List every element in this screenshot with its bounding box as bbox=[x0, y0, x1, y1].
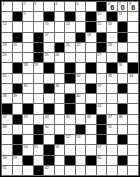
cell-r13c11[interactable]: 51 bbox=[107, 125, 117, 134]
cell-r10c3[interactable] bbox=[23, 94, 33, 103]
cell-r5c13[interactable] bbox=[128, 43, 138, 52]
cell-r5c8[interactable]: 22 bbox=[76, 43, 86, 52]
cell-r6c1[interactable]: 24 bbox=[2, 53, 12, 62]
cell-r10c6[interactable] bbox=[55, 94, 65, 103]
black-cell-r11c5 bbox=[44, 104, 54, 113]
cell-r15c6[interactable]: 56 bbox=[55, 145, 65, 154]
cell-r11c10[interactable]: 41 bbox=[97, 104, 107, 113]
clue-number: 33 bbox=[108, 74, 112, 78]
cell-r16c4[interactable] bbox=[34, 156, 44, 165]
cell-r17c11[interactable] bbox=[107, 166, 117, 175]
clue-number: 54 bbox=[24, 145, 28, 149]
cell-r3c5[interactable]: 13 bbox=[44, 22, 54, 31]
cell-r12c13[interactable] bbox=[128, 115, 138, 124]
cell-r16c13[interactable] bbox=[128, 156, 138, 165]
black-cell-r11c1 bbox=[2, 104, 12, 113]
black-cell-r4c4 bbox=[34, 33, 44, 42]
black-cell-r4c8 bbox=[76, 33, 86, 42]
cell-r7c10[interactable] bbox=[97, 63, 107, 72]
cell-r15c8[interactable] bbox=[76, 145, 86, 154]
cell-r6c3[interactable] bbox=[23, 53, 33, 62]
cell-r12c1[interactable]: 42 bbox=[2, 115, 12, 124]
cell-r1c6[interactable]: 4 bbox=[55, 2, 65, 11]
cell-r4c1[interactable] bbox=[2, 33, 12, 42]
clue-number: 61 bbox=[3, 166, 7, 170]
cell-r5c7[interactable]: 21 bbox=[65, 43, 75, 52]
puzzle-number-digit: 6 bbox=[131, 2, 135, 11]
cell-r13c3[interactable] bbox=[23, 125, 33, 134]
cell-r15c3[interactable]: 54 bbox=[23, 145, 33, 154]
clue-number: 46 bbox=[87, 115, 91, 119]
cell-r13c5[interactable]: 50 bbox=[44, 125, 54, 134]
cell-r12c6[interactable] bbox=[55, 115, 65, 124]
clue-number: 31 bbox=[3, 74, 7, 78]
black-cell-r9c9 bbox=[86, 84, 96, 93]
clue-number: 57 bbox=[97, 145, 101, 149]
cell-r6c6[interactable]: 26 bbox=[55, 53, 65, 62]
cell-r3c4[interactable] bbox=[34, 22, 44, 31]
black-cell-r2c2 bbox=[13, 12, 23, 21]
clue-number: 25 bbox=[45, 53, 49, 57]
cell-r15c10[interactable]: 57 bbox=[97, 145, 107, 154]
cell-r8c12[interactable] bbox=[118, 74, 128, 83]
cell-r4c3[interactable] bbox=[23, 33, 33, 42]
cell-r5c1[interactable]: 19 bbox=[2, 43, 12, 52]
cell-r15c13[interactable] bbox=[128, 145, 138, 154]
cell-r2c10[interactable]: 10 bbox=[97, 12, 107, 21]
black-cell-r2c5 bbox=[44, 12, 54, 21]
cell-r3c10[interactable]: 15 bbox=[97, 22, 107, 31]
black-cell-r14c2 bbox=[13, 135, 23, 144]
clue-number: 38 bbox=[3, 94, 7, 98]
cell-r15c7[interactable] bbox=[65, 145, 75, 154]
cell-r3c13[interactable] bbox=[128, 22, 138, 31]
cell-r16c8[interactable] bbox=[76, 156, 86, 165]
black-cell-r1c10 bbox=[97, 2, 107, 11]
clue-number: 56 bbox=[55, 145, 59, 149]
cell-r17c5[interactable]: 62 bbox=[44, 166, 54, 175]
black-cell-r7c7 bbox=[65, 63, 75, 72]
cell-r12c9[interactable]: 46 bbox=[86, 115, 96, 124]
cell-r6c5[interactable]: 25 bbox=[44, 53, 54, 62]
cell-r15c4[interactable]: 55 bbox=[34, 145, 44, 154]
clue-number: 51 bbox=[108, 125, 112, 129]
cell-r13c1[interactable]: 49 bbox=[2, 125, 12, 134]
cell-r7c1[interactable] bbox=[2, 63, 12, 72]
black-cell-r4c2 bbox=[13, 33, 23, 42]
cell-r10c12[interactable] bbox=[118, 94, 128, 103]
black-cell-r16c9 bbox=[86, 156, 96, 165]
black-cell-r15c2 bbox=[13, 145, 23, 154]
cell-r8c4[interactable] bbox=[34, 74, 44, 83]
clue-number: 59 bbox=[13, 156, 17, 160]
clue-number: 9 bbox=[24, 12, 26, 16]
cell-r8c2[interactable] bbox=[13, 74, 23, 83]
clue-number: 45 bbox=[66, 115, 70, 119]
cell-r5c12[interactable] bbox=[118, 43, 128, 52]
clue-number: 36 bbox=[55, 84, 59, 88]
clue-number: 60 bbox=[97, 156, 101, 160]
cell-r11c8[interactable] bbox=[76, 104, 86, 113]
cell-r17c13[interactable] bbox=[128, 166, 138, 175]
cell-r13c6[interactable] bbox=[55, 125, 65, 134]
clue-number: 20 bbox=[13, 43, 17, 47]
black-cell-r16c3 bbox=[23, 156, 33, 165]
black-cell-r14c12 bbox=[118, 135, 128, 144]
cell-r7c3[interactable]: 28 bbox=[23, 63, 33, 72]
clue-number: 7 bbox=[118, 2, 120, 6]
cell-r4c6[interactable] bbox=[55, 33, 65, 42]
cell-r16c10[interactable]: 60 bbox=[97, 156, 107, 165]
cell-r8c5[interactable] bbox=[44, 74, 54, 83]
cell-r3c7[interactable]: 14 bbox=[65, 22, 75, 31]
cell-r11c4[interactable] bbox=[34, 104, 44, 113]
clue-number: 48 bbox=[118, 115, 122, 119]
black-cell-r14c6 bbox=[55, 135, 65, 144]
cell-r2c4[interactable] bbox=[34, 12, 44, 21]
cell-r13c13[interactable] bbox=[128, 125, 138, 134]
black-cell-r7c5 bbox=[44, 63, 54, 72]
cell-r1c11[interactable]: 66 bbox=[107, 2, 117, 11]
clue-number: 26 bbox=[55, 53, 59, 57]
cell-r1c8[interactable]: 5 bbox=[76, 2, 86, 11]
black-cell-r4c12 bbox=[118, 33, 128, 42]
cell-r2c13[interactable] bbox=[128, 12, 138, 21]
cell-r3c2[interactable] bbox=[13, 22, 23, 31]
clue-number: 52 bbox=[66, 135, 70, 139]
clue-number: 13 bbox=[45, 22, 49, 26]
clue-number: 35 bbox=[24, 84, 28, 88]
cell-r2c6[interactable] bbox=[55, 12, 65, 21]
black-cell-r12c2 bbox=[13, 115, 23, 124]
cell-r2c8[interactable] bbox=[76, 12, 86, 21]
cell-r17c2[interactable] bbox=[13, 166, 23, 175]
black-cell-r17c4 bbox=[34, 166, 44, 175]
black-cell-r7c9 bbox=[86, 63, 96, 72]
cell-r9c11[interactable] bbox=[107, 84, 117, 93]
black-cell-r14c4 bbox=[34, 135, 44, 144]
black-cell-r5c4 bbox=[34, 43, 44, 52]
clue-number: 49 bbox=[3, 125, 7, 129]
clue-number: 23 bbox=[108, 43, 112, 47]
cell-r9c3[interactable]: 35 bbox=[23, 84, 33, 93]
clue-number: 11 bbox=[118, 12, 122, 16]
cell-r10c13[interactable] bbox=[128, 94, 138, 103]
black-cell-r11c7 bbox=[65, 104, 75, 113]
cell-r6c2[interactable] bbox=[13, 53, 23, 62]
black-cell-r6c12 bbox=[118, 53, 128, 62]
cell-r17c1[interactable]: 61 bbox=[2, 166, 12, 175]
cell-r15c9[interactable] bbox=[86, 145, 96, 154]
cell-r6c7[interactable] bbox=[65, 53, 75, 62]
cell-r8c8[interactable]: 32 bbox=[76, 74, 86, 83]
clue-number: 41 bbox=[97, 104, 101, 108]
cell-r6c11[interactable] bbox=[107, 53, 117, 62]
cell-r14c7[interactable]: 52 bbox=[65, 135, 75, 144]
black-cell-r13c4 bbox=[34, 125, 44, 134]
clue-number: 32 bbox=[76, 74, 80, 78]
cell-r12c3[interactable]: 43 bbox=[23, 115, 33, 124]
clue-number: 12 bbox=[3, 22, 7, 26]
puzzle-number-digit: 6 bbox=[110, 2, 114, 11]
clue-number: 6 bbox=[108, 2, 110, 6]
clue-number: 21 bbox=[66, 43, 70, 47]
black-cell-r3c12 bbox=[118, 22, 128, 31]
cell-r6c8[interactable] bbox=[76, 53, 86, 62]
black-cell-r2c9 bbox=[86, 12, 96, 21]
clue-number: 19 bbox=[3, 43, 7, 47]
cell-r10c11[interactable] bbox=[107, 94, 117, 103]
clue-number: 29 bbox=[34, 63, 38, 67]
cell-r2c12[interactable]: 11 bbox=[118, 12, 128, 21]
black-cell-r7c2 bbox=[13, 63, 23, 72]
cell-r9c10[interactable]: 37 bbox=[97, 84, 107, 93]
black-cell-r11c3 bbox=[23, 104, 33, 113]
cell-r3c6[interactable] bbox=[55, 22, 65, 31]
black-cell-r2c7 bbox=[65, 12, 75, 21]
black-cell-r16c12 bbox=[118, 156, 128, 165]
cell-r8c9[interactable] bbox=[86, 74, 96, 83]
cell-r8c6[interactable] bbox=[55, 74, 65, 83]
cell-r7c12[interactable]: 30 bbox=[118, 63, 128, 72]
cell-r14c13[interactable] bbox=[128, 135, 138, 144]
clue-number: 17 bbox=[45, 33, 49, 37]
cell-r5c5[interactable] bbox=[44, 43, 54, 52]
cell-r2c1[interactable] bbox=[2, 12, 12, 21]
cell-r14c9[interactable] bbox=[86, 135, 96, 144]
cell-r1c3[interactable]: 2 bbox=[23, 2, 33, 11]
black-cell-r5c6 bbox=[55, 43, 65, 52]
black-cell-r9c2 bbox=[13, 84, 23, 93]
cell-r17c3[interactable] bbox=[23, 166, 33, 175]
clue-number: 1 bbox=[3, 2, 5, 6]
cell-r5c9[interactable] bbox=[86, 43, 96, 52]
cell-r12c4[interactable] bbox=[34, 115, 44, 124]
clue-number: 28 bbox=[24, 63, 28, 67]
black-cell-r11c9 bbox=[86, 104, 96, 113]
black-cell-r5c10 bbox=[97, 43, 107, 52]
cell-r9c1[interactable] bbox=[2, 84, 12, 93]
black-cell-r14c10 bbox=[97, 135, 107, 144]
cell-r15c1[interactable] bbox=[2, 145, 12, 154]
cell-r14c1[interactable] bbox=[2, 135, 12, 144]
cell-r3c1[interactable]: 12 bbox=[2, 22, 12, 31]
cell-r6c9[interactable] bbox=[86, 53, 96, 62]
cell-r5c11[interactable]: 23 bbox=[107, 43, 117, 52]
clue-number: 44 bbox=[45, 115, 49, 119]
clue-number: 42 bbox=[3, 115, 7, 119]
cell-r10c2[interactable]: 39 bbox=[13, 94, 23, 103]
clue-number: 18 bbox=[87, 33, 91, 37]
cell-r14c5[interactable] bbox=[44, 135, 54, 144]
cell-r13c2[interactable] bbox=[13, 125, 23, 134]
clue-number: 16 bbox=[108, 22, 112, 26]
cell-r1c12[interactable]: 70 bbox=[118, 2, 128, 11]
cell-r13c9[interactable] bbox=[86, 125, 96, 134]
cell-r8c11[interactable]: 33 bbox=[107, 74, 117, 83]
cell-r5c3[interactable] bbox=[23, 43, 33, 52]
cell-r1c5[interactable] bbox=[44, 2, 54, 11]
cell-r9c6[interactable]: 36 bbox=[55, 84, 65, 93]
clue-number: 30 bbox=[118, 63, 122, 67]
black-cell-r11c12 bbox=[118, 104, 128, 113]
cell-r11c13[interactable] bbox=[128, 104, 138, 113]
clue-number: 37 bbox=[97, 84, 101, 88]
cell-r10c9[interactable] bbox=[86, 94, 96, 103]
cell-r1c1[interactable]: 1 bbox=[2, 2, 12, 11]
clue-number: 2 bbox=[24, 2, 26, 6]
clue-number: 34 bbox=[129, 74, 133, 78]
cell-r3c11[interactable]: 16 bbox=[107, 22, 117, 31]
cell-r14c8[interactable]: 53 bbox=[76, 135, 86, 144]
cell-r9c7[interactable] bbox=[65, 84, 75, 93]
black-cell-r12c10 bbox=[97, 115, 107, 124]
cell-r10c1[interactable]: 38 bbox=[2, 94, 12, 103]
cell-r11c2[interactable] bbox=[13, 104, 23, 113]
black-cell-r4c10 bbox=[97, 33, 107, 42]
clue-number: 58 bbox=[3, 156, 7, 160]
cell-r11c11[interactable] bbox=[107, 104, 117, 113]
cell-r17c8[interactable] bbox=[76, 166, 86, 175]
cell-r16c2[interactable]: 59 bbox=[13, 156, 23, 165]
cell-r1c2[interactable] bbox=[13, 2, 23, 11]
clue-number: 15 bbox=[97, 22, 101, 26]
black-cell-r13c10 bbox=[97, 125, 107, 134]
clue-number: 27 bbox=[97, 53, 101, 57]
cell-r12c7[interactable]: 45 bbox=[65, 115, 75, 124]
cell-r13c12[interactable] bbox=[118, 125, 128, 134]
black-cell-r9c5 bbox=[44, 84, 54, 93]
cell-r7c8[interactable] bbox=[76, 63, 86, 72]
cell-r17c10[interactable] bbox=[97, 166, 107, 175]
cell-r8c13[interactable]: 34 bbox=[128, 74, 138, 83]
clue-number: 55 bbox=[34, 145, 38, 149]
cell-r11c6[interactable] bbox=[55, 104, 65, 113]
clue-number: 4 bbox=[55, 2, 57, 6]
cell-r10c4[interactable] bbox=[34, 94, 44, 103]
cell-r17c7[interactable] bbox=[65, 166, 75, 175]
cell-r6c13[interactable] bbox=[128, 53, 138, 62]
clue-number: 3 bbox=[34, 2, 36, 6]
black-cell-r16c7 bbox=[65, 156, 75, 165]
crossword-thumbnail: 1234566708691011121314151617181920212223… bbox=[0, 0, 140, 177]
black-cell-r15c5 bbox=[44, 145, 54, 154]
clue-number: 43 bbox=[24, 115, 28, 119]
cell-r4c11[interactable] bbox=[107, 33, 117, 42]
cell-r12c5[interactable]: 44 bbox=[44, 115, 54, 124]
cell-r6c10[interactable]: 27 bbox=[97, 53, 107, 62]
cell-r15c11[interactable] bbox=[107, 145, 117, 154]
black-cell-r7c13 bbox=[128, 63, 138, 72]
clue-number: 10 bbox=[97, 12, 101, 16]
clue-number: 39 bbox=[13, 94, 17, 98]
cell-r1c7[interactable] bbox=[65, 2, 75, 11]
cell-r10c5[interactable] bbox=[44, 94, 54, 103]
black-cell-r3c9 bbox=[86, 22, 96, 31]
cell-r10c10[interactable] bbox=[97, 94, 107, 103]
cell-r4c13[interactable] bbox=[128, 33, 138, 42]
crossword-grid: 1234566708691011121314151617181920212223… bbox=[0, 0, 140, 177]
clue-number: 47 bbox=[108, 115, 112, 119]
cell-r16c11[interactable] bbox=[107, 156, 117, 165]
cell-r1c13[interactable]: 86 bbox=[128, 2, 138, 11]
cell-r12c8[interactable] bbox=[76, 115, 86, 124]
cell-r8c10[interactable] bbox=[97, 74, 107, 83]
clue-number: 62 bbox=[45, 166, 49, 170]
cell-r9c13[interactable] bbox=[128, 84, 138, 93]
clue-number: 40 bbox=[76, 94, 80, 98]
cell-r9c4[interactable] bbox=[34, 84, 44, 93]
cell-r4c5[interactable]: 17 bbox=[44, 33, 54, 42]
cell-r12c12[interactable]: 48 bbox=[118, 115, 128, 124]
cell-r8c3[interactable] bbox=[23, 74, 33, 83]
cell-r3c3[interactable] bbox=[23, 22, 33, 31]
cell-r14c11[interactable] bbox=[107, 135, 117, 144]
cell-r4c7[interactable] bbox=[65, 33, 75, 42]
clue-number: 53 bbox=[76, 135, 80, 139]
cell-r13c7[interactable] bbox=[65, 125, 75, 134]
clue-number: 8 bbox=[129, 2, 131, 6]
cell-r17c6[interactable] bbox=[55, 166, 65, 175]
clue-number: 22 bbox=[76, 43, 80, 47]
clue-number: 50 bbox=[45, 125, 49, 129]
cell-r4c9[interactable]: 18 bbox=[86, 33, 96, 42]
cell-r9c8[interactable] bbox=[76, 84, 86, 93]
black-cell-r7c11 bbox=[107, 63, 117, 72]
black-cell-r13c8 bbox=[76, 125, 86, 134]
cell-r14c3[interactable] bbox=[23, 135, 33, 144]
cell-r1c4[interactable]: 3 bbox=[34, 2, 44, 11]
black-cell-r9c12 bbox=[118, 84, 128, 93]
clue-number: 5 bbox=[76, 2, 78, 6]
cell-r8c1[interactable]: 31 bbox=[2, 74, 12, 83]
black-cell-r2c11 bbox=[107, 12, 117, 21]
cell-r17c12[interactable] bbox=[118, 166, 128, 175]
cell-r3c8[interactable] bbox=[76, 22, 86, 31]
cell-r5c2[interactable]: 20 bbox=[13, 43, 23, 52]
cell-r16c6[interactable] bbox=[55, 156, 65, 165]
clue-number: 24 bbox=[3, 53, 7, 57]
cell-r1c9[interactable] bbox=[86, 2, 96, 11]
cell-r10c8[interactable]: 40 bbox=[76, 94, 86, 103]
black-cell-r8c7 bbox=[65, 74, 75, 83]
cell-r2c3[interactable]: 9 bbox=[23, 12, 33, 21]
black-cell-r10c7 bbox=[65, 94, 75, 103]
black-cell-r6c4 bbox=[34, 53, 44, 62]
cell-r16c1[interactable]: 58 bbox=[2, 156, 12, 165]
cell-r15c12[interactable] bbox=[118, 145, 128, 154]
clue-number: 14 bbox=[66, 22, 70, 26]
cell-r7c4[interactable]: 29 bbox=[34, 63, 44, 72]
puzzle-number-digit: 0 bbox=[121, 2, 125, 11]
cell-r12c11[interactable]: 47 bbox=[107, 115, 117, 124]
black-cell-r16c5 bbox=[44, 156, 54, 165]
cell-r7c6[interactable] bbox=[55, 63, 65, 72]
cell-r17c9[interactable] bbox=[86, 166, 96, 175]
